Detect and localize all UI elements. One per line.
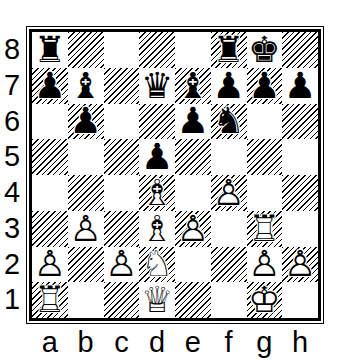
file-label-c: c (104, 326, 140, 358)
piece-white-knight-fill: ♞ (139, 247, 175, 283)
piece-black-queen: ♛ (139, 68, 175, 104)
square-g3[interactable]: ♜♖ (247, 211, 283, 247)
piece-black-pawn: ♟ (139, 139, 175, 175)
piece-black-rook: ♜ (32, 32, 68, 68)
square-h2[interactable]: ♟♙ (282, 247, 318, 283)
rank-label-6: 6 (0, 104, 24, 140)
piece-white-rook-fill: ♜ (247, 211, 283, 247)
piece-white-pawn-fill: ♟ (211, 175, 247, 211)
piece-white-pawn: ♙ (68, 211, 104, 247)
piece-white-pawn-fill: ♟ (282, 247, 318, 283)
square-e1[interactable] (175, 282, 211, 318)
square-e4[interactable] (175, 175, 211, 211)
square-f8[interactable]: ♜ (211, 32, 247, 68)
rank-label-4: 4 (0, 175, 24, 211)
square-b2[interactable] (68, 247, 104, 283)
piece-black-pawn: ♟ (175, 104, 211, 140)
piece-white-bishop: ♗ (139, 175, 175, 211)
piece-white-pawn: ♙ (247, 247, 283, 283)
square-a8[interactable]: ♜ (32, 32, 68, 68)
square-b7[interactable]: ♝ (68, 68, 104, 104)
square-e3[interactable]: ♟♙ (175, 211, 211, 247)
piece-white-king: ♔ (247, 282, 283, 318)
rank-label-1: 1 (0, 282, 24, 318)
square-c2[interactable]: ♟♙ (104, 247, 140, 283)
square-a7[interactable]: ♟ (32, 68, 68, 104)
square-g5[interactable] (247, 139, 283, 175)
square-c1[interactable] (104, 282, 140, 318)
piece-white-pawn: ♙ (211, 175, 247, 211)
piece-white-bishop-fill: ♝ (139, 211, 175, 247)
piece-white-pawn-fill: ♟ (247, 247, 283, 283)
square-g8[interactable]: ♚ (247, 32, 283, 68)
piece-black-bishop: ♝ (68, 68, 104, 104)
square-g6[interactable] (247, 104, 283, 140)
file-label-e: e (175, 326, 211, 358)
square-h3[interactable] (282, 211, 318, 247)
square-f6[interactable]: ♞ (211, 104, 247, 140)
square-b4[interactable] (68, 175, 104, 211)
square-d3[interactable]: ♝♗ (139, 211, 175, 247)
square-c6[interactable] (104, 104, 140, 140)
square-h1[interactable] (282, 282, 318, 318)
square-d8[interactable] (139, 32, 175, 68)
square-c7[interactable] (104, 68, 140, 104)
file-label-d: d (139, 326, 175, 358)
file-label-b: b (68, 326, 104, 358)
piece-black-pawn: ♟ (32, 68, 68, 104)
piece-black-pawn: ♟ (282, 68, 318, 104)
square-e5[interactable] (175, 139, 211, 175)
piece-white-pawn: ♙ (32, 247, 68, 283)
piece-black-knight: ♞ (211, 104, 247, 140)
square-d6[interactable] (139, 104, 175, 140)
square-a2[interactable]: ♟♙ (32, 247, 68, 283)
piece-black-pawn: ♟ (211, 68, 247, 104)
chess-board: ♜♜♚♟♝♛♝♟♟♟♟♟♞♟♝♗♟♙♟♙♝♗♟♙♜♖♟♙♟♙♞♘♟♙♟♙♜♖♛♕… (32, 32, 318, 318)
square-a1[interactable]: ♜♖ (32, 282, 68, 318)
piece-white-bishop: ♗ (139, 211, 175, 247)
square-d5[interactable]: ♟ (139, 139, 175, 175)
square-c8[interactable] (104, 32, 140, 68)
square-e8[interactable] (175, 32, 211, 68)
square-g1[interactable]: ♚♔ (247, 282, 283, 318)
piece-white-queen-fill: ♛ (139, 282, 175, 318)
rank-label-8: 8 (0, 32, 24, 68)
piece-white-pawn-fill: ♟ (32, 247, 68, 283)
square-h7[interactable]: ♟ (282, 68, 318, 104)
square-h5[interactable] (282, 139, 318, 175)
piece-white-pawn: ♙ (104, 247, 140, 283)
square-f5[interactable] (211, 139, 247, 175)
board-frame: ♜♜♚♟♝♛♝♟♟♟♟♟♞♟♝♗♟♙♟♙♝♗♟♙♜♖♟♙♟♙♞♘♟♙♟♙♜♖♛♕… (26, 26, 324, 324)
piece-white-pawn: ♙ (282, 247, 318, 283)
square-f2[interactable] (211, 247, 247, 283)
piece-white-rook: ♖ (32, 282, 68, 318)
square-e7[interactable]: ♝ (175, 68, 211, 104)
piece-white-bishop-fill: ♝ (139, 175, 175, 211)
rank-label-5: 5 (0, 139, 24, 175)
square-g2[interactable]: ♟♙ (247, 247, 283, 283)
piece-black-pawn: ♟ (68, 104, 104, 140)
square-f4[interactable]: ♟♙ (211, 175, 247, 211)
piece-black-king: ♚ (247, 32, 283, 68)
square-a5[interactable] (32, 139, 68, 175)
square-e2[interactable] (175, 247, 211, 283)
piece-black-bishop: ♝ (175, 68, 211, 104)
square-b1[interactable] (68, 282, 104, 318)
square-f7[interactable]: ♟ (211, 68, 247, 104)
square-d7[interactable]: ♛ (139, 68, 175, 104)
square-d1[interactable]: ♛♕ (139, 282, 175, 318)
square-f1[interactable] (211, 282, 247, 318)
piece-white-rook: ♖ (247, 211, 283, 247)
rank-label-7: 7 (0, 68, 24, 104)
piece-white-rook-fill: ♜ (32, 282, 68, 318)
piece-white-king-fill: ♚ (247, 282, 283, 318)
piece-white-pawn-fill: ♟ (104, 247, 140, 283)
square-d4[interactable]: ♝♗ (139, 175, 175, 211)
square-d2[interactable]: ♞♘ (139, 247, 175, 283)
square-g4[interactable] (247, 175, 283, 211)
square-h8[interactable] (282, 32, 318, 68)
square-b6[interactable]: ♟ (68, 104, 104, 140)
piece-black-pawn: ♟ (247, 68, 283, 104)
file-label-f: f (211, 326, 247, 358)
chess-diagram: 87654321 ♜♜♚♟♝♛♝♟♟♟♟♟♞♟♝♗♟♙♟♙♝♗♟♙♜♖♟♙♟♙♞… (0, 0, 360, 360)
piece-white-knight: ♘ (139, 247, 175, 283)
square-c4[interactable] (104, 175, 140, 211)
piece-white-pawn-fill: ♟ (175, 211, 211, 247)
rank-label-3: 3 (0, 211, 24, 247)
piece-white-pawn: ♙ (175, 211, 211, 247)
piece-black-rook: ♜ (211, 32, 247, 68)
board-inner-frame: ♜♜♚♟♝♛♝♟♟♟♟♟♞♟♝♗♟♙♟♙♝♗♟♙♜♖♟♙♟♙♞♘♟♙♟♙♜♖♛♕… (29, 29, 321, 321)
square-c5[interactable] (104, 139, 140, 175)
piece-white-pawn-fill: ♟ (68, 211, 104, 247)
square-c3[interactable] (104, 211, 140, 247)
square-a3[interactable] (32, 211, 68, 247)
square-e6[interactable]: ♟ (175, 104, 211, 140)
square-b3[interactable]: ♟♙ (68, 211, 104, 247)
square-h4[interactable] (282, 175, 318, 211)
square-f3[interactable] (211, 211, 247, 247)
square-h6[interactable] (282, 104, 318, 140)
square-g7[interactable]: ♟ (247, 68, 283, 104)
square-a6[interactable] (32, 104, 68, 140)
file-label-a: a (32, 326, 68, 358)
piece-white-queen: ♕ (139, 282, 175, 318)
square-a4[interactable] (32, 175, 68, 211)
rank-label-2: 2 (0, 247, 24, 283)
square-b8[interactable] (68, 32, 104, 68)
file-label-h: h (282, 326, 318, 358)
square-b5[interactable] (68, 139, 104, 175)
file-label-g: g (247, 326, 283, 358)
